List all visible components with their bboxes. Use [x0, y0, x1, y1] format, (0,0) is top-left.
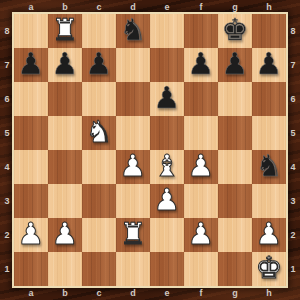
square-d4[interactable]: ♟ — [116, 150, 150, 184]
square-a7[interactable]: ♟ — [14, 48, 48, 82]
black-knight-h4[interactable]: ♞ — [256, 151, 283, 181]
square-b4[interactable] — [48, 150, 82, 184]
square-c1[interactable] — [82, 252, 116, 286]
rank-label-left-5: 5 — [0, 116, 14, 150]
square-d6[interactable] — [116, 82, 150, 116]
white-pawn-d4[interactable]: ♟ — [120, 151, 147, 181]
square-f6[interactable] — [184, 82, 218, 116]
file-label-top-e: e — [150, 0, 184, 14]
square-f8[interactable] — [184, 14, 218, 48]
square-e5[interactable] — [150, 116, 184, 150]
rank-label-left-4: 4 — [0, 150, 14, 184]
square-b5[interactable] — [48, 116, 82, 150]
rank-label-left-7: 7 — [0, 48, 14, 82]
file-label-bottom-h: h — [252, 286, 286, 300]
white-pawn-b2[interactable]: ♟ — [52, 219, 79, 249]
file-label-top-g: g — [218, 0, 252, 14]
rank-label-left-3: 3 — [0, 184, 14, 218]
square-f5[interactable] — [184, 116, 218, 150]
square-a4[interactable] — [14, 150, 48, 184]
square-b6[interactable] — [48, 82, 82, 116]
square-f4[interactable]: ♟ — [184, 150, 218, 184]
white-pawn-h2[interactable]: ♟ — [256, 219, 283, 249]
square-h6[interactable] — [252, 82, 286, 116]
file-label-top-b: b — [48, 0, 82, 14]
square-c6[interactable] — [82, 82, 116, 116]
black-pawn-g7[interactable]: ♟ — [222, 49, 249, 79]
rank-label-right-3: 3 — [286, 184, 300, 218]
rank-label-left-6: 6 — [0, 82, 14, 116]
square-a8[interactable] — [14, 14, 48, 48]
square-c2[interactable] — [82, 218, 116, 252]
square-h2[interactable]: ♟ — [252, 218, 286, 252]
black-pawn-e6[interactable]: ♟ — [154, 83, 181, 113]
square-d8[interactable]: ♞ — [116, 14, 150, 48]
square-b3[interactable] — [48, 184, 82, 218]
rank-label-right-6: 6 — [286, 82, 300, 116]
white-king-h1[interactable]: ♚ — [256, 253, 283, 283]
board: ♜♞♚♟♟♟♟♟♟♟♞♟♝♟♞♟♟♟♜♟♟♚ — [14, 14, 286, 286]
black-knight-d8[interactable]: ♞ — [120, 15, 147, 45]
square-f3[interactable] — [184, 184, 218, 218]
square-d5[interactable] — [116, 116, 150, 150]
file-label-top-a: a — [14, 0, 48, 14]
square-a3[interactable] — [14, 184, 48, 218]
white-pawn-a2[interactable]: ♟ — [18, 219, 45, 249]
black-pawn-c7[interactable]: ♟ — [86, 49, 113, 79]
rank-label-right-4: 4 — [286, 150, 300, 184]
square-c5[interactable]: ♞ — [82, 116, 116, 150]
square-g2[interactable] — [218, 218, 252, 252]
square-g3[interactable] — [218, 184, 252, 218]
square-a2[interactable]: ♟ — [14, 218, 48, 252]
file-label-top-h: h — [252, 0, 286, 14]
square-e1[interactable] — [150, 252, 184, 286]
black-pawn-h7[interactable]: ♟ — [256, 49, 283, 79]
rank-label-left-8: 8 — [0, 14, 14, 48]
rank-label-right-7: 7 — [286, 48, 300, 82]
file-label-bottom-e: e — [150, 286, 184, 300]
rank-label-right-5: 5 — [286, 116, 300, 150]
file-label-bottom-c: c — [82, 286, 116, 300]
square-d2[interactable]: ♜ — [116, 218, 150, 252]
square-g4[interactable] — [218, 150, 252, 184]
square-g6[interactable] — [218, 82, 252, 116]
white-rook-b8[interactable]: ♜ — [52, 15, 79, 45]
square-h7[interactable]: ♟ — [252, 48, 286, 82]
white-knight-c5[interactable]: ♞ — [86, 117, 113, 147]
rank-label-right-2: 2 — [286, 218, 300, 252]
square-h8[interactable] — [252, 14, 286, 48]
square-d7[interactable] — [116, 48, 150, 82]
file-label-bottom-d: d — [116, 286, 150, 300]
square-h3[interactable] — [252, 184, 286, 218]
file-label-bottom-b: b — [48, 286, 82, 300]
file-label-top-d: d — [116, 0, 150, 14]
square-b7[interactable]: ♟ — [48, 48, 82, 82]
square-g7[interactable]: ♟ — [218, 48, 252, 82]
white-pawn-f4[interactable]: ♟ — [188, 151, 215, 181]
square-c7[interactable]: ♟ — [82, 48, 116, 82]
black-king-g8[interactable]: ♚ — [222, 15, 249, 45]
square-e2[interactable] — [150, 218, 184, 252]
file-label-top-f: f — [184, 0, 218, 14]
white-bishop-e4[interactable]: ♝ — [154, 151, 181, 181]
white-pawn-f2[interactable]: ♟ — [188, 219, 215, 249]
square-a6[interactable] — [14, 82, 48, 116]
file-label-bottom-f: f — [184, 286, 218, 300]
white-pawn-e3[interactable]: ♟ — [154, 185, 181, 215]
square-d1[interactable] — [116, 252, 150, 286]
square-f2[interactable]: ♟ — [184, 218, 218, 252]
square-g5[interactable] — [218, 116, 252, 150]
square-c4[interactable] — [82, 150, 116, 184]
rank-label-right-1: 1 — [286, 252, 300, 286]
black-pawn-b7[interactable]: ♟ — [52, 49, 79, 79]
square-e6[interactable]: ♟ — [150, 82, 184, 116]
file-label-bottom-a: a — [14, 286, 48, 300]
square-d3[interactable] — [116, 184, 150, 218]
square-c8[interactable] — [82, 14, 116, 48]
square-g1[interactable] — [218, 252, 252, 286]
square-e3[interactable]: ♟ — [150, 184, 184, 218]
board-frame: ♜♞♚♟♟♟♟♟♟♟♞♟♝♟♞♟♟♟♜♟♟♚ aabbccddeeffgghh8… — [0, 0, 300, 300]
square-b1[interactable] — [48, 252, 82, 286]
square-f7[interactable]: ♟ — [184, 48, 218, 82]
square-b2[interactable]: ♟ — [48, 218, 82, 252]
white-rook-d2[interactable]: ♜ — [120, 219, 147, 249]
square-e8[interactable] — [150, 14, 184, 48]
square-e7[interactable] — [150, 48, 184, 82]
square-b8[interactable]: ♜ — [48, 14, 82, 48]
rank-label-left-1: 1 — [0, 252, 14, 286]
square-h1[interactable]: ♚ — [252, 252, 286, 286]
file-label-bottom-g: g — [218, 286, 252, 300]
rank-label-right-8: 8 — [286, 14, 300, 48]
rank-label-left-2: 2 — [0, 218, 14, 252]
square-a1[interactable] — [14, 252, 48, 286]
square-h5[interactable] — [252, 116, 286, 150]
square-e4[interactable]: ♝ — [150, 150, 184, 184]
black-pawn-a7[interactable]: ♟ — [18, 49, 45, 79]
square-h4[interactable]: ♞ — [252, 150, 286, 184]
file-label-top-c: c — [82, 0, 116, 14]
square-a5[interactable] — [14, 116, 48, 150]
square-f1[interactable] — [184, 252, 218, 286]
square-c3[interactable] — [82, 184, 116, 218]
square-g8[interactable]: ♚ — [218, 14, 252, 48]
black-pawn-f7[interactable]: ♟ — [188, 49, 215, 79]
